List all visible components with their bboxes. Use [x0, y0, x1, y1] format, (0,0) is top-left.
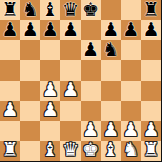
black-knight-icon[interactable]: ♞: [102, 40, 119, 59]
white-pawn-icon[interactable]: ♟: [42, 81, 59, 100]
square-h6[interactable]: [141, 40, 161, 60]
square-g8[interactable]: [121, 0, 141, 20]
square-h1[interactable]: ♜: [141, 141, 161, 161]
square-h7[interactable]: ♟: [141, 20, 161, 40]
square-g6[interactable]: [121, 40, 141, 60]
square-b7[interactable]: ♟: [20, 20, 40, 40]
square-a3[interactable]: ♟: [0, 101, 20, 121]
square-a4[interactable]: [0, 81, 20, 101]
square-d4[interactable]: ♟: [60, 81, 80, 101]
white-bishop-icon[interactable]: ♝: [102, 141, 119, 160]
square-e6[interactable]: ♟: [81, 40, 101, 60]
square-e4[interactable]: [81, 81, 101, 101]
square-e5[interactable]: [81, 60, 101, 80]
white-pawn-icon[interactable]: ♟: [122, 121, 139, 140]
white-pawn-icon[interactable]: ♟: [82, 121, 99, 140]
black-rook-icon[interactable]: ♜: [142, 0, 159, 19]
square-d3[interactable]: [60, 101, 80, 121]
square-c6[interactable]: [40, 40, 60, 60]
square-h4[interactable]: [141, 81, 161, 101]
white-pawn-icon[interactable]: ♟: [2, 101, 19, 120]
square-f5[interactable]: [101, 60, 121, 80]
square-c4[interactable]: ♟: [40, 81, 60, 101]
square-f6[interactable]: ♞: [101, 40, 121, 60]
white-king-icon[interactable]: ♚: [82, 141, 99, 160]
black-pawn-icon[interactable]: ♟: [62, 20, 79, 39]
square-f7[interactable]: ♟: [101, 20, 121, 40]
square-a1[interactable]: ♜: [0, 141, 20, 161]
square-e3[interactable]: [81, 101, 101, 121]
black-pawn-icon[interactable]: ♟: [82, 40, 99, 59]
black-pawn-icon[interactable]: ♟: [22, 20, 39, 39]
square-a8[interactable]: ♜: [0, 0, 20, 20]
square-f4[interactable]: [101, 81, 121, 101]
square-h5[interactable]: [141, 60, 161, 80]
square-h2[interactable]: ♟: [141, 121, 161, 141]
square-d1[interactable]: ♛: [60, 141, 80, 161]
square-g5[interactable]: [121, 60, 141, 80]
white-rook-icon[interactable]: ♜: [2, 141, 19, 160]
square-f2[interactable]: ♟: [101, 121, 121, 141]
square-d2[interactable]: [60, 121, 80, 141]
black-bishop-icon[interactable]: ♝: [42, 0, 59, 19]
black-king-icon[interactable]: ♚: [82, 0, 99, 19]
square-g4[interactable]: [121, 81, 141, 101]
black-pawn-icon[interactable]: ♟: [42, 20, 59, 39]
white-pawn-icon[interactable]: ♟: [142, 121, 159, 140]
square-b6[interactable]: [20, 40, 40, 60]
square-b1[interactable]: [20, 141, 40, 161]
square-g3[interactable]: [121, 101, 141, 121]
black-queen-icon[interactable]: ♛: [62, 0, 79, 19]
square-d8[interactable]: ♛: [60, 0, 80, 20]
white-bishop-icon[interactable]: ♝: [42, 141, 59, 160]
chess-board: ♜♞♝♛♚♜♟♟♟♟♟♟♟♟♞♟♟♟♟♟♟♟♟♜♝♛♚♝♞♜: [0, 0, 162, 162]
square-b4[interactable]: [20, 81, 40, 101]
square-b2[interactable]: [20, 121, 40, 141]
square-h3[interactable]: [141, 101, 161, 121]
square-d6[interactable]: [60, 40, 80, 60]
square-c5[interactable]: [40, 60, 60, 80]
white-pawn-icon[interactable]: ♟: [42, 101, 59, 120]
square-c2[interactable]: [40, 121, 60, 141]
white-queen-icon[interactable]: ♛: [62, 141, 79, 160]
square-c3[interactable]: ♟: [40, 101, 60, 121]
square-g1[interactable]: ♞: [121, 141, 141, 161]
square-e7[interactable]: [81, 20, 101, 40]
square-b3[interactable]: [20, 101, 40, 121]
black-pawn-icon[interactable]: ♟: [122, 20, 139, 39]
square-f8[interactable]: [101, 0, 121, 20]
square-a6[interactable]: [0, 40, 20, 60]
square-a5[interactable]: [0, 60, 20, 80]
black-pawn-icon[interactable]: ♟: [2, 20, 19, 39]
square-h8[interactable]: ♜: [141, 0, 161, 20]
square-b5[interactable]: [20, 60, 40, 80]
square-f1[interactable]: ♝: [101, 141, 121, 161]
square-d5[interactable]: [60, 60, 80, 80]
square-a7[interactable]: ♟: [0, 20, 20, 40]
white-pawn-icon[interactable]: ♟: [102, 121, 119, 140]
white-pawn-icon[interactable]: ♟: [62, 81, 79, 100]
square-c1[interactable]: ♝: [40, 141, 60, 161]
square-f3[interactable]: [101, 101, 121, 121]
black-pawn-icon[interactable]: ♟: [142, 20, 159, 39]
square-g7[interactable]: ♟: [121, 20, 141, 40]
square-e8[interactable]: ♚: [81, 0, 101, 20]
square-c7[interactable]: ♟: [40, 20, 60, 40]
square-d7[interactable]: ♟: [60, 20, 80, 40]
square-e2[interactable]: ♟: [81, 121, 101, 141]
square-a2[interactable]: [0, 121, 20, 141]
black-pawn-icon[interactable]: ♟: [102, 20, 119, 39]
square-e1[interactable]: ♚: [81, 141, 101, 161]
square-b8[interactable]: ♞: [20, 0, 40, 20]
white-rook-icon[interactable]: ♜: [142, 141, 159, 160]
square-c8[interactable]: ♝: [40, 0, 60, 20]
black-knight-icon[interactable]: ♞: [22, 0, 39, 19]
square-g2[interactable]: ♟: [121, 121, 141, 141]
white-knight-icon[interactable]: ♞: [122, 141, 139, 160]
black-rook-icon[interactable]: ♜: [2, 0, 19, 19]
